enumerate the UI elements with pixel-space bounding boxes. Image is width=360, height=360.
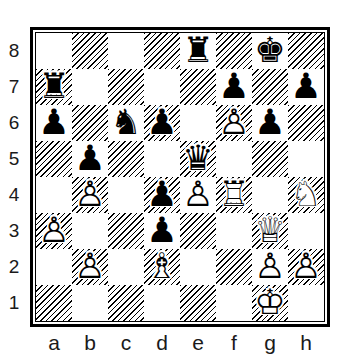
white-pawn-icon: ♙ [38,213,69,248]
black-rook-icon: ♜ [182,33,213,68]
file-label-b: b [72,331,108,355]
piece-white-knight-h4[interactable]: ♞♘ [288,177,324,213]
square-b6[interactable] [72,105,108,141]
square-f6[interactable]: ♟♙ [216,105,252,141]
piece-black-king-g8[interactable]: ♚♚ [252,33,288,69]
square-b3[interactable] [72,213,108,249]
board-inner-border: ♜♜♚♚♜♜♟♟♟♟♟♟♞♞♟♟♟♙♟♟♟♟♛♛♟♙♟♟♟♙♜♖♞♘♟♙♟♟♛♕… [35,32,325,322]
square-c4[interactable] [108,177,144,213]
square-c7[interactable] [108,69,144,105]
black-rook-icon: ♜ [38,69,69,104]
black-pawn-icon: ♟ [146,105,177,140]
piece-black-pawn-g6[interactable]: ♟♟ [252,105,288,141]
square-b7[interactable] [72,69,108,105]
square-f3[interactable] [216,213,252,249]
square-c6[interactable]: ♞♞ [108,105,144,141]
black-pawn-icon: ♟ [146,177,177,212]
black-pawn-icon: ♟ [218,69,249,104]
black-queen-icon: ♛ [182,141,213,176]
square-e5[interactable]: ♛♛ [180,141,216,177]
square-g7[interactable] [252,69,288,105]
square-f1[interactable] [216,285,252,321]
square-e7[interactable] [180,69,216,105]
black-knight-icon: ♞ [110,105,141,140]
square-g6[interactable]: ♟♟ [252,105,288,141]
square-b2[interactable]: ♟♙ [72,249,108,285]
piece-black-rook-a7[interactable]: ♜♜ [36,69,72,105]
piece-white-pawn-g2[interactable]: ♟♙ [252,249,288,285]
square-d5[interactable] [144,141,180,177]
square-c1[interactable] [108,285,144,321]
square-e3[interactable] [180,213,216,249]
white-pawn-icon: ♙ [74,249,105,284]
square-e4[interactable]: ♟♙ [180,177,216,213]
square-f4[interactable]: ♜♖ [216,177,252,213]
rank-label-2: 2 [2,249,26,285]
piece-black-queen-e5[interactable]: ♛♛ [180,141,216,177]
square-g2[interactable]: ♟♙ [252,249,288,285]
square-h6[interactable] [288,105,324,141]
piece-black-pawn-a6[interactable]: ♟♟ [36,105,72,141]
board-frame: ♜♜♚♚♜♜♟♟♟♟♟♟♞♞♟♟♟♙♟♟♟♟♛♛♟♙♟♟♟♙♜♖♞♘♟♙♟♟♛♕… [30,27,330,327]
piece-white-pawn-f6[interactable]: ♟♙ [216,105,252,141]
square-h1[interactable] [288,285,324,321]
square-e2[interactable] [180,249,216,285]
file-label-c: c [108,331,144,355]
white-pawn-icon: ♙ [290,249,321,284]
square-f8[interactable] [216,33,252,69]
square-a2[interactable] [36,249,72,285]
square-d3[interactable]: ♟♟ [144,213,180,249]
white-pawn-icon: ♙ [182,177,213,212]
square-d2[interactable]: ♝♗ [144,249,180,285]
file-label-f: f [216,331,252,355]
piece-white-bishop-d2[interactable]: ♝♗ [144,249,180,285]
piece-black-rook-e8[interactable]: ♜♜ [180,33,216,69]
black-king-icon: ♚ [254,33,285,68]
white-knight-icon: ♘ [290,177,321,212]
piece-black-pawn-d6[interactable]: ♟♟ [144,105,180,141]
piece-black-pawn-f7[interactable]: ♟♟ [216,69,252,105]
piece-white-pawn-a3[interactable]: ♟♙ [36,213,72,249]
piece-white-pawn-e4[interactable]: ♟♙ [180,177,216,213]
piece-black-pawn-b5[interactable]: ♟♟ [72,141,108,177]
square-a4[interactable] [36,177,72,213]
piece-white-pawn-b2[interactable]: ♟♙ [72,249,108,285]
black-pawn-icon: ♟ [290,69,321,104]
black-pawn-icon: ♟ [254,105,285,140]
white-pawn-icon: ♙ [218,105,249,140]
square-d1[interactable] [144,285,180,321]
square-d4[interactable]: ♟♟ [144,177,180,213]
square-h4[interactable]: ♞♘ [288,177,324,213]
rank-label-5: 5 [2,141,26,177]
rank-label-3: 3 [2,213,26,249]
piece-black-pawn-h7[interactable]: ♟♟ [288,69,324,105]
square-f5[interactable] [216,141,252,177]
file-labels: a b c d e f g h [36,331,324,355]
piece-black-pawn-d3[interactable]: ♟♟ [144,213,180,249]
square-g4[interactable] [252,177,288,213]
square-g1[interactable]: ♚♔ [252,285,288,321]
square-c5[interactable] [108,141,144,177]
rank-label-7: 7 [2,69,26,105]
square-d7[interactable] [144,69,180,105]
square-g3[interactable]: ♛♕ [252,213,288,249]
square-h7[interactable]: ♟♟ [288,69,324,105]
square-h8[interactable] [288,33,324,69]
square-a7[interactable]: ♜♜ [36,69,72,105]
rank-label-4: 4 [2,177,26,213]
square-c8[interactable] [108,33,144,69]
rank-labels: 8 7 6 5 4 3 2 1 [2,33,26,321]
square-f2[interactable] [216,249,252,285]
square-h2[interactable]: ♟♙ [288,249,324,285]
square-g8[interactable]: ♚♚ [252,33,288,69]
square-e8[interactable]: ♜♜ [180,33,216,69]
square-a5[interactable] [36,141,72,177]
file-label-a: a [36,331,72,355]
square-g5[interactable] [252,141,288,177]
file-label-g: g [252,331,288,355]
file-label-d: d [144,331,180,355]
square-d8[interactable] [144,33,180,69]
rank-label-8: 8 [2,33,26,69]
square-b1[interactable] [72,285,108,321]
piece-white-pawn-b4[interactable]: ♟♙ [72,177,108,213]
square-d6[interactable]: ♟♟ [144,105,180,141]
square-f7[interactable]: ♟♟ [216,69,252,105]
square-h3[interactable] [288,213,324,249]
piece-white-queen-g3[interactable]: ♛♕ [252,213,288,249]
piece-white-rook-f4[interactable]: ♜♖ [216,177,252,213]
square-b4[interactable]: ♟♙ [72,177,108,213]
white-queen-icon: ♕ [254,213,285,248]
square-b8[interactable] [72,33,108,69]
piece-white-pawn-h2[interactable]: ♟♙ [288,249,324,285]
chess-diagram: 8 7 6 5 4 3 2 1 ♜♜♚♚♜♜♟♟♟♟♟♟♞♞♟♟♟♙♟♟♟♟♛♛… [0,0,360,360]
square-e6[interactable] [180,105,216,141]
square-c3[interactable] [108,213,144,249]
white-pawn-icon: ♙ [254,249,285,284]
black-pawn-icon: ♟ [38,105,69,140]
square-c2[interactable] [108,249,144,285]
square-b5[interactable]: ♟♟ [72,141,108,177]
square-a1[interactable] [36,285,72,321]
piece-white-king-g1[interactable]: ♚♔ [252,285,288,321]
black-pawn-icon: ♟ [146,213,177,248]
file-label-e: e [180,331,216,355]
piece-black-knight-c6[interactable]: ♞♞ [108,105,144,141]
square-h5[interactable] [288,141,324,177]
square-a6[interactable]: ♟♟ [36,105,72,141]
file-label-h: h [288,331,324,355]
white-king-icon: ♔ [254,285,285,320]
white-bishop-icon: ♗ [146,249,177,284]
white-rook-icon: ♖ [218,177,249,212]
board-grid: ♜♜♚♚♜♜♟♟♟♟♟♟♞♞♟♟♟♙♟♟♟♟♛♛♟♙♟♟♟♙♜♖♞♘♟♙♟♟♛♕… [36,33,324,321]
rank-label-1: 1 [2,285,26,321]
white-pawn-icon: ♙ [74,177,105,212]
square-a3[interactable]: ♟♙ [36,213,72,249]
black-pawn-icon: ♟ [74,141,105,176]
square-e1[interactable] [180,285,216,321]
rank-label-6: 6 [2,105,26,141]
square-a8[interactable] [36,33,72,69]
piece-black-pawn-d4[interactable]: ♟♟ [144,177,180,213]
